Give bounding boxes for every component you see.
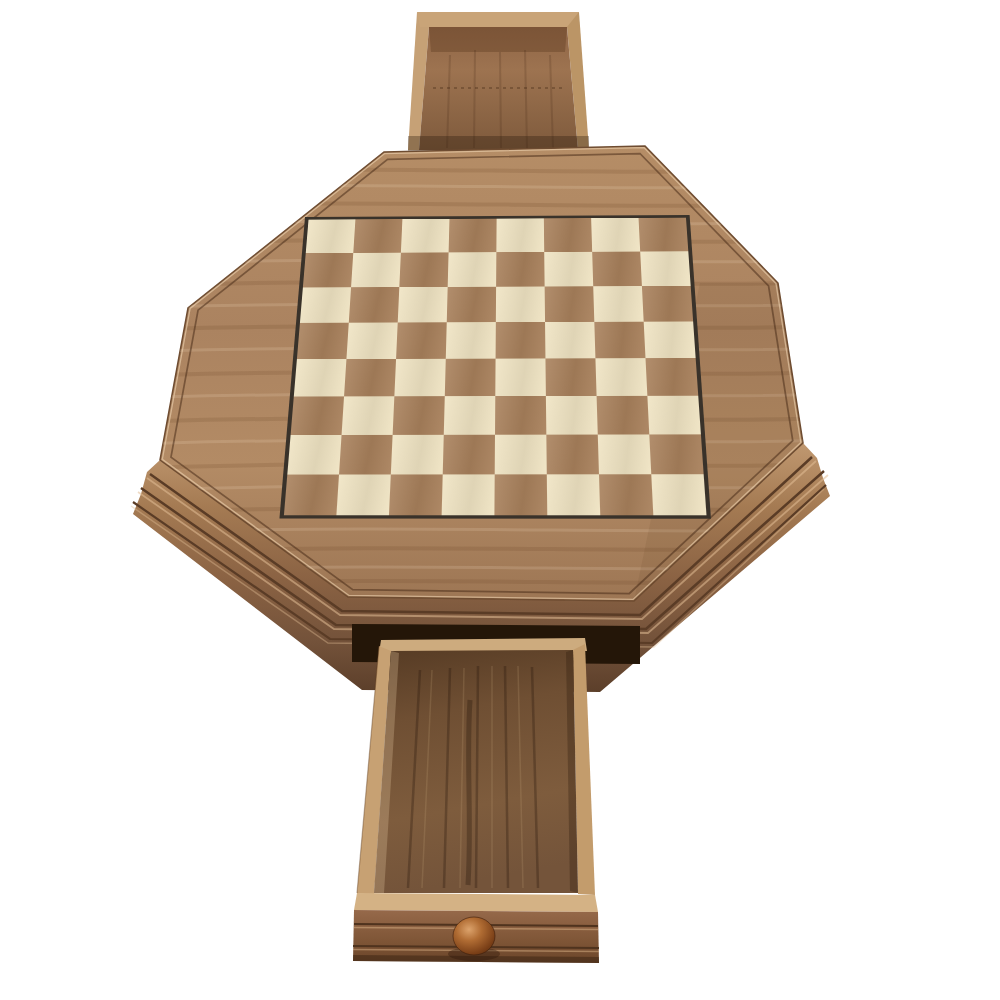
square-e3 xyxy=(495,396,546,435)
square-b8 xyxy=(353,219,402,253)
chess-board xyxy=(279,215,711,519)
square-d1 xyxy=(442,474,495,515)
square-g6 xyxy=(593,286,643,322)
square-a7 xyxy=(303,253,353,288)
square-a3 xyxy=(291,396,344,435)
square-h1 xyxy=(651,474,706,515)
square-b6 xyxy=(349,287,400,323)
chess-table-photo xyxy=(0,0,1000,1000)
square-a4 xyxy=(294,359,347,397)
square-c1 xyxy=(389,474,443,515)
square-g2 xyxy=(598,434,652,474)
square-f5 xyxy=(545,322,595,359)
square-e1 xyxy=(494,474,547,515)
square-c8 xyxy=(401,219,450,253)
square-c5 xyxy=(396,322,447,359)
square-b3 xyxy=(342,396,395,435)
square-h7 xyxy=(640,251,690,286)
square-e4 xyxy=(495,358,546,396)
square-e8 xyxy=(496,218,544,252)
square-b2 xyxy=(339,435,393,475)
square-h5 xyxy=(644,321,696,358)
square-e5 xyxy=(496,322,546,359)
square-d8 xyxy=(449,219,497,253)
square-f7 xyxy=(544,252,593,287)
square-a1 xyxy=(284,475,339,516)
square-b7 xyxy=(351,253,401,288)
square-f6 xyxy=(545,286,595,322)
square-d3 xyxy=(444,396,496,435)
square-a6 xyxy=(300,287,351,323)
square-a8 xyxy=(306,219,356,253)
square-g4 xyxy=(595,358,647,396)
square-g3 xyxy=(597,396,650,435)
square-b4 xyxy=(344,359,396,397)
square-g7 xyxy=(592,252,642,287)
square-f2 xyxy=(546,435,599,475)
square-b1 xyxy=(336,474,390,515)
square-e2 xyxy=(495,435,547,475)
square-g1 xyxy=(599,474,653,515)
square-h8 xyxy=(639,218,689,252)
top-drawer-back-wall-shade xyxy=(429,27,567,52)
square-h3 xyxy=(647,396,701,435)
bottom-drawer xyxy=(353,638,599,963)
square-g8 xyxy=(591,218,640,252)
square-h6 xyxy=(642,286,693,322)
square-d7 xyxy=(448,252,497,287)
square-c6 xyxy=(398,287,448,323)
square-b5 xyxy=(346,322,397,359)
square-e6 xyxy=(496,287,545,323)
bottom-drawer-front-rim xyxy=(354,893,598,912)
square-g5 xyxy=(594,322,645,359)
top-drawer xyxy=(408,12,589,151)
square-h2 xyxy=(649,434,703,474)
square-d4 xyxy=(445,359,496,397)
square-a5 xyxy=(297,323,349,359)
square-a2 xyxy=(287,435,341,475)
square-c3 xyxy=(393,396,445,435)
square-h4 xyxy=(645,358,698,396)
square-d6 xyxy=(447,287,496,323)
top-drawer-back-rim xyxy=(417,12,579,27)
square-f1 xyxy=(547,474,600,515)
square-f8 xyxy=(544,218,592,252)
square-f4 xyxy=(545,358,596,396)
square-e7 xyxy=(496,252,545,287)
square-c7 xyxy=(399,252,448,287)
square-c2 xyxy=(391,435,444,475)
drawer-knob xyxy=(453,917,495,955)
square-f3 xyxy=(546,396,598,435)
square-d2 xyxy=(443,435,495,475)
square-d5 xyxy=(446,322,496,359)
square-c4 xyxy=(394,359,445,397)
